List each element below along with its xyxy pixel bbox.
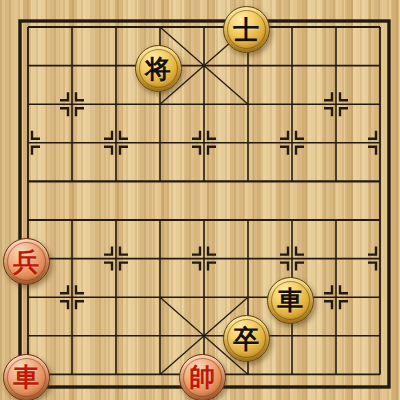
piece-layer: 士将兵車卒車帥 — [6, 8, 400, 394]
piece-character: 将 — [145, 56, 171, 82]
piece-character: 兵 — [13, 249, 39, 275]
piece-character: 車 — [277, 287, 303, 313]
piece-red-soldier[interactable]: 兵 — [3, 238, 50, 285]
piece-character: 士 — [233, 17, 259, 43]
piece-character: 車 — [13, 364, 39, 390]
piece-black-soldier[interactable]: 卒 — [223, 315, 270, 362]
xiangqi-board[interactable]: 士将兵車卒車帥 — [0, 0, 400, 400]
piece-black-chariot[interactable]: 車 — [267, 277, 314, 324]
piece-red-general[interactable]: 帥 — [179, 354, 226, 400]
piece-red-chariot[interactable]: 車 — [3, 354, 50, 400]
piece-black-general[interactable]: 将 — [135, 45, 182, 92]
piece-character: 卒 — [233, 326, 259, 352]
piece-character: 帥 — [189, 364, 215, 390]
piece-black-advisor[interactable]: 士 — [223, 6, 270, 53]
